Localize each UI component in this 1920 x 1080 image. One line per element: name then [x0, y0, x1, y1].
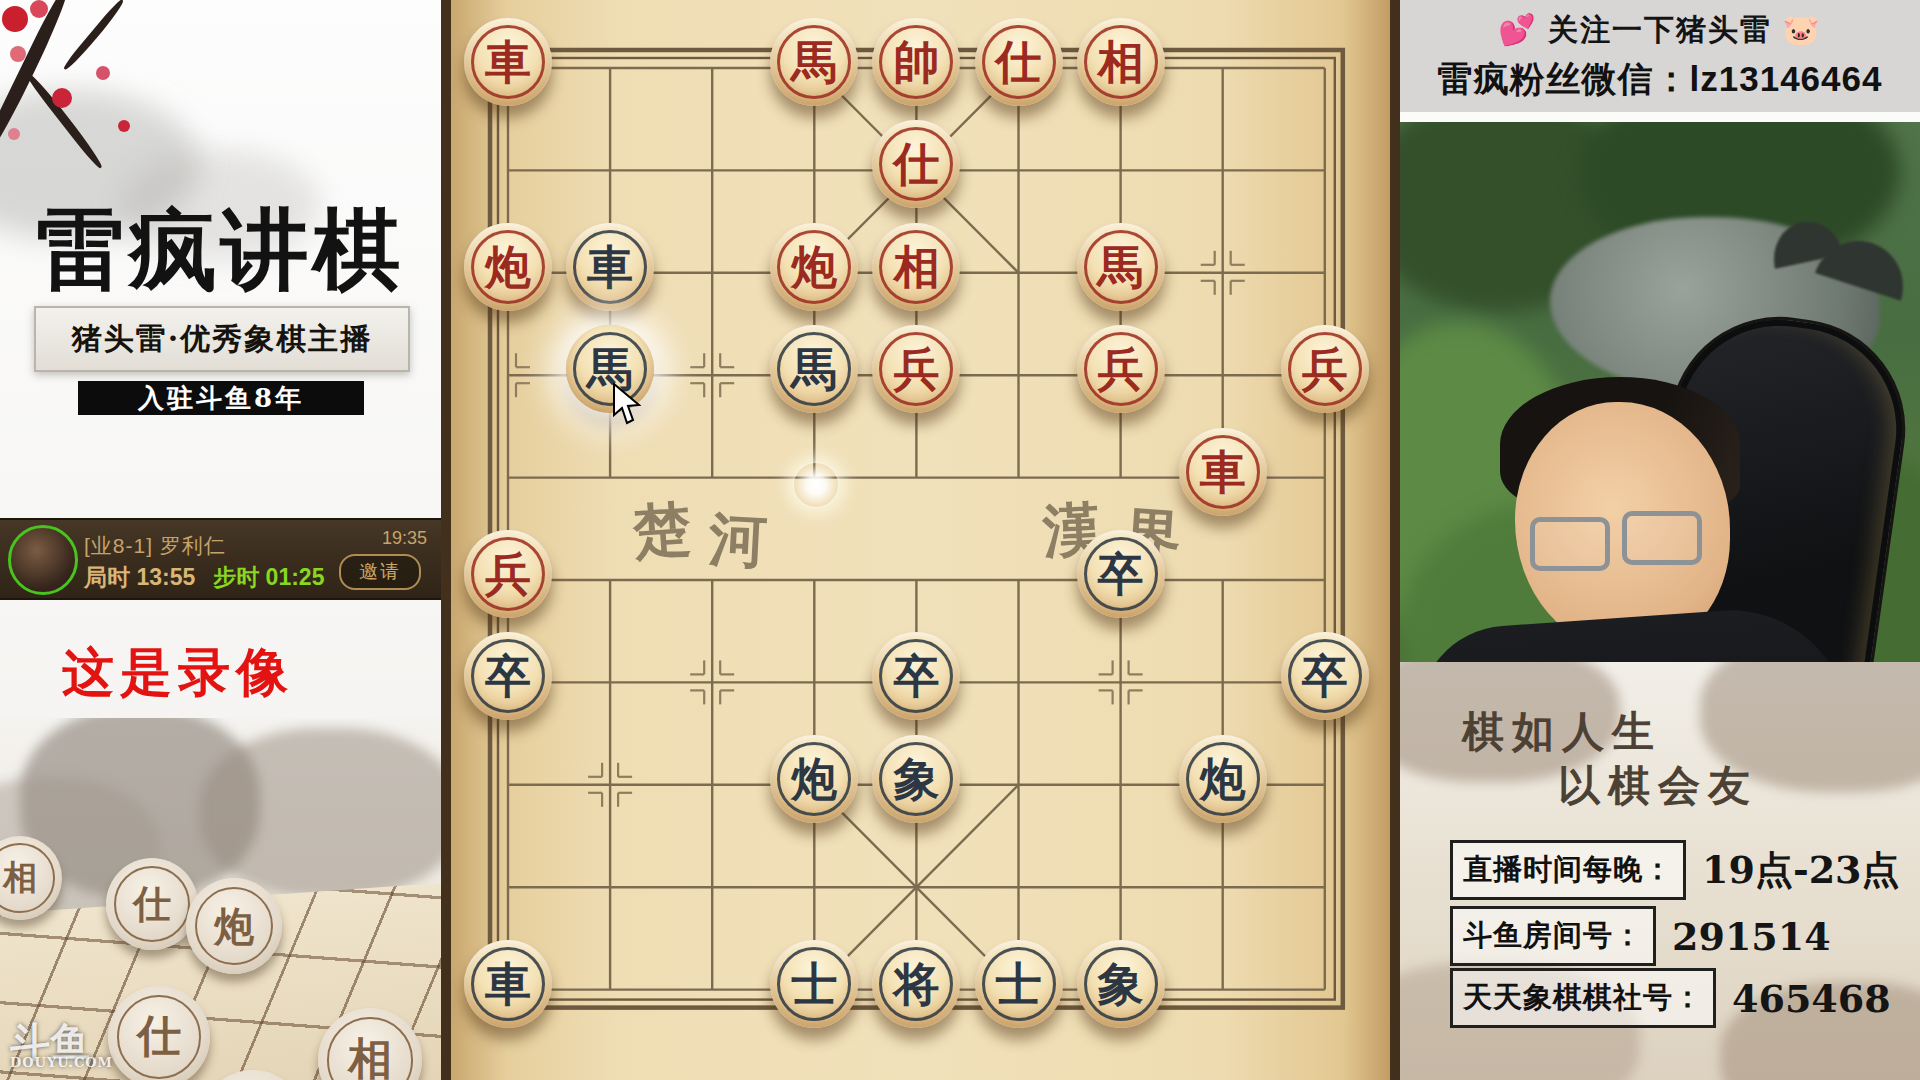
pig-icon: 🐷 — [1782, 13, 1821, 46]
follow-banner: 💕 关注一下猪头雷 🐷 雷疯粉丝微信：lz13146464 — [1400, 0, 1920, 112]
opponent-info-bar: [业8-1] 罗利仁 局时 13:55步时 01:25 19:35 邀请 — [0, 518, 441, 600]
piece-red-兵-file1-rank6[interactable]: 兵 — [464, 530, 552, 618]
piece-red-炮-file1-rank3[interactable]: 炮 — [464, 223, 552, 311]
room-number-row: 斗鱼房间号： 291514 — [1450, 906, 1831, 966]
photo-piece: 仕 — [106, 858, 198, 950]
plum-branch — [62, 0, 126, 72]
piece-red-炮-file4-rank3[interactable]: 炮 — [770, 223, 858, 311]
stream-info-panel: 棋如人生 以棋会友 直播时间每晚： 19点-23点 斗鱼房间号： 291514 … — [1400, 662, 1920, 1080]
mouse-cursor-icon — [612, 383, 642, 425]
plum-blossom — [30, 0, 48, 18]
piece-red-兵-file7-rank4[interactable]: 兵 — [1077, 325, 1165, 413]
plum-blossom — [10, 46, 26, 62]
piece-red-馬-file7-rank3[interactable]: 馬 — [1077, 223, 1165, 311]
streamer-subtitle-banner: 猪头雷·优秀象棋主播 — [34, 306, 410, 372]
piece-red-車-file8-rank5[interactable]: 車 — [1179, 428, 1267, 516]
piece-red-馬-file4-rank1[interactable]: 馬 — [770, 18, 858, 106]
schedule-value: 19点-23点 — [1702, 845, 1900, 896]
club-value: 465468 — [1732, 976, 1891, 1021]
xiangqi-board: 楚 河 漢 界 車馬帥仕相仕炮車炮相馬馬馬兵兵兵車兵卒卒卒卒炮象炮車士将士象 — [441, 0, 1400, 1080]
piece-black-卒-file1-rank7[interactable]: 卒 — [464, 632, 552, 720]
recording-note: 这是录像 — [62, 638, 294, 708]
piece-black-炮-file4-rank8[interactable]: 炮 — [770, 735, 858, 823]
photo-piece: 仕 — [108, 986, 210, 1080]
heart-icon: 💕 — [1498, 13, 1537, 46]
piece-black-象-file7-rank10[interactable]: 象 — [1077, 940, 1165, 1028]
decorative-chess-photo: 相 仕 炮 仕 相 馬 斗鱼DOUYU.COM — [0, 718, 441, 1080]
glasses — [1530, 517, 1700, 567]
piece-red-仕-file6-rank1[interactable]: 仕 — [975, 18, 1063, 106]
room-label: 斗鱼房间号： — [1450, 906, 1656, 966]
piece-red-兵-file5-rank4[interactable]: 兵 — [872, 325, 960, 413]
follow-line: 💕 关注一下猪头雷 🐷 — [1400, 10, 1920, 51]
wechat-line: 雷疯粉丝微信：lz13146464 — [1400, 56, 1920, 103]
river-text: 楚 — [630, 490, 693, 572]
schedule-row: 直播时间每晚： 19点-23点 — [1450, 840, 1900, 900]
plum-blossom — [96, 66, 110, 80]
player-rank-name: [业8-1] 罗利仁 — [84, 532, 226, 560]
club-number-row: 天天象棋棋社号： 465468 — [1450, 968, 1891, 1028]
clock-time: 19:35 — [382, 528, 427, 549]
schedule-label: 直播时间每晚： — [1450, 840, 1686, 900]
piece-black-将-file5-rank10[interactable]: 将 — [872, 940, 960, 1028]
streamer-subtitle: 猪头雷·优秀象棋主播 — [72, 319, 372, 360]
game-time: 局时 13:55 — [84, 564, 195, 590]
plum-blossom — [118, 120, 130, 132]
piece-black-馬-file4-rank4[interactable]: 馬 — [770, 325, 858, 413]
piece-black-士-file4-rank10[interactable]: 士 — [770, 940, 858, 1028]
platform-badge: 入驻斗鱼8年 — [78, 381, 364, 415]
piece-black-士-file6-rank10[interactable]: 士 — [975, 940, 1063, 1028]
ink-mountain — [200, 728, 441, 898]
piece-red-兵-file9-rank4[interactable]: 兵 — [1281, 325, 1369, 413]
stream-title: 雷疯讲棋 — [0, 205, 441, 293]
stream-screenshot: 雷疯讲棋 猪头雷·优秀象棋主播 入驻斗鱼8年 [业8-1] 罗利仁 局时 13:… — [0, 0, 1920, 1080]
piece-black-象-file5-rank8[interactable]: 象 — [872, 735, 960, 823]
plum-blossom — [52, 88, 72, 108]
piece-red-相-file5-rank3[interactable]: 相 — [872, 223, 960, 311]
banner-divider — [1400, 112, 1920, 122]
piece-black-卒-file7-rank6[interactable]: 卒 — [1077, 530, 1165, 618]
last-move-origin-marker — [792, 461, 840, 509]
motto-line1: 棋如人生 — [1462, 704, 1662, 760]
move-time: 步时 01:25 — [213, 564, 324, 590]
piece-black-車-file1-rank10[interactable]: 車 — [464, 940, 552, 1028]
invite-button[interactable]: 邀请 — [339, 554, 421, 590]
piece-red-車-file1-rank1[interactable]: 車 — [464, 18, 552, 106]
photo-piece: 炮 — [186, 878, 282, 974]
plum-blossom — [2, 6, 28, 32]
river-text: 河 — [707, 501, 769, 582]
plum-blossom — [8, 128, 20, 140]
piece-black-炮-file8-rank8[interactable]: 炮 — [1179, 735, 1267, 823]
right-panel: 💕 关注一下猪头雷 🐷 雷疯粉丝微信：lz13146464 — [1400, 0, 1920, 1080]
time-row: 局时 13:55步时 01:25 — [84, 562, 324, 593]
webcam-video — [1400, 122, 1920, 662]
player-avatar[interactable] — [8, 525, 78, 595]
platform-badge-text: 入驻斗鱼8年 — [138, 381, 304, 416]
room-value: 291514 — [1672, 914, 1831, 959]
piece-red-帥-file5-rank1[interactable]: 帥 — [872, 18, 960, 106]
club-label: 天天象棋棋社号： — [1450, 968, 1716, 1028]
douyu-watermark: 斗鱼DOUYU.COM — [10, 1026, 113, 1068]
left-branding-panel: 雷疯讲棋 猪头雷·优秀象棋主播 入驻斗鱼8年 [业8-1] 罗利仁 局时 13:… — [0, 0, 441, 1080]
piece-black-卒-file9-rank7[interactable]: 卒 — [1281, 632, 1369, 720]
piece-black-車-file2-rank3[interactable]: 車 — [566, 223, 654, 311]
motto-line2: 以棋会友 — [1558, 758, 1758, 814]
piece-red-相-file7-rank1[interactable]: 相 — [1077, 18, 1165, 106]
